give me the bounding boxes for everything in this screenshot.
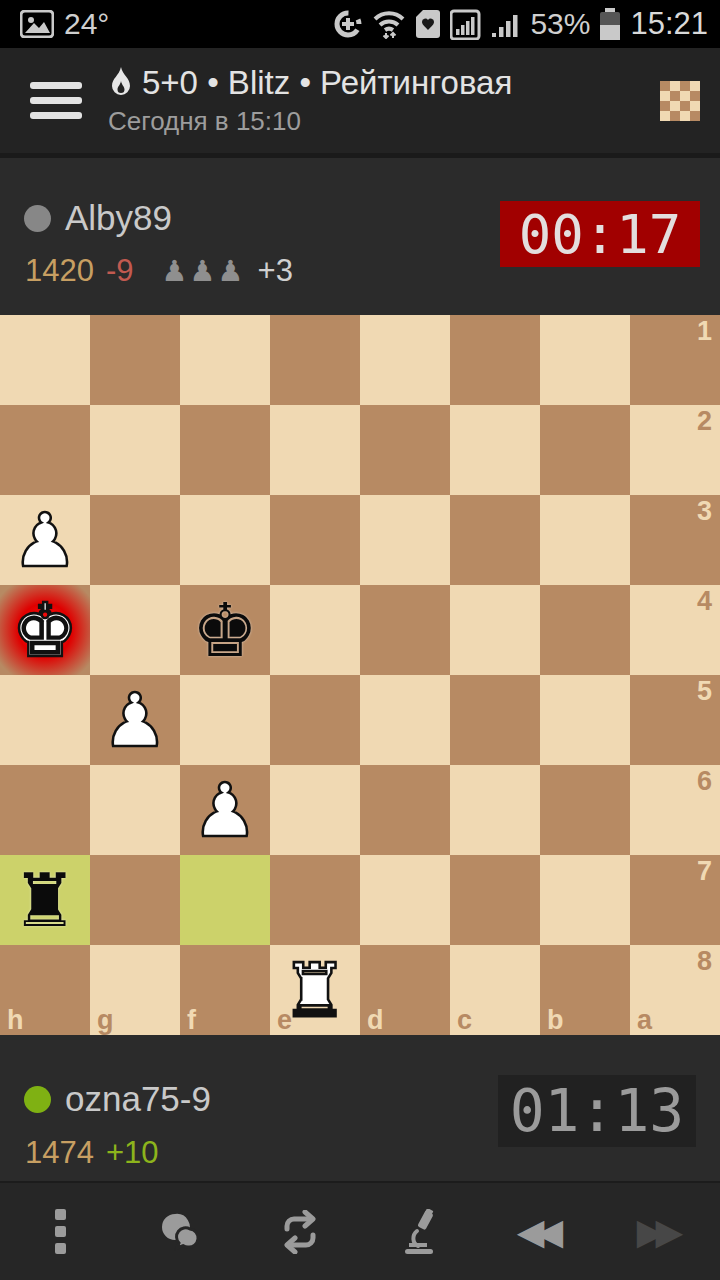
player-bottom-panel: ozna75-9 1474 +10 01:13 [0,1035,720,1181]
square-c5[interactable] [450,675,540,765]
player-top-rating: 1420 [25,253,94,289]
square-d3[interactable] [360,495,450,585]
square-d1[interactable] [360,315,450,405]
square-a1[interactable]: 1 [630,315,720,405]
file-label-b: b [547,1007,564,1034]
square-e4[interactable] [270,585,360,675]
square-c2[interactable] [450,405,540,495]
player-bottom-rating: 1474 [25,1135,94,1171]
player-top-name[interactable]: Alby89 [65,198,172,238]
file-label-g: g [97,1007,114,1034]
player-bottom-status-dot [24,1086,51,1113]
square-g2[interactable] [90,405,180,495]
square-h6[interactable] [0,765,90,855]
game-date: Сегодня в 15:10 [108,106,512,137]
signal-sim1-icon [450,8,482,40]
square-c3[interactable] [450,495,540,585]
menu-kebab-button[interactable] [0,1183,120,1280]
square-a8[interactable]: a8 [630,945,720,1035]
flip-board-button[interactable] [240,1183,360,1280]
square-h3[interactable]: ♟ [0,495,90,585]
player-top-status-dot [24,205,51,232]
square-d7[interactable] [360,855,450,945]
white-king[interactable]: ♚ [0,585,90,675]
file-label-a: a [637,1007,652,1034]
player-bottom-clock: 01:13 [498,1075,696,1147]
analysis-microscope-icon [397,1209,443,1255]
square-f5[interactable] [180,675,270,765]
app-screen: 24° [0,0,720,1280]
player-top-rating-delta: -9 [106,253,134,289]
square-d2[interactable] [360,405,450,495]
black-rook[interactable]: ♜ [0,855,90,945]
square-c7[interactable] [450,855,540,945]
square-e7[interactable] [270,855,360,945]
status-temperature: 24° [64,7,109,41]
status-bar: 24° [0,0,720,48]
square-c1[interactable] [450,315,540,405]
square-d6[interactable] [360,765,450,855]
square-a4[interactable]: 4 [630,585,720,675]
menu-hamburger-button[interactable] [30,82,82,119]
board-thumbnail-icon[interactable] [660,81,700,121]
chat-icon [157,1211,203,1253]
chess-board: 12♟3♚♚4♟5♟6♜7hgf♜edcba8 [0,315,720,1035]
square-h7[interactable]: ♜ [0,855,90,945]
square-b1[interactable] [540,315,630,405]
sim-heart-icon [415,9,441,39]
black-king[interactable]: ♚ [180,585,270,675]
square-f1[interactable] [180,315,270,405]
square-h1[interactable] [0,315,90,405]
square-g6[interactable] [90,765,180,855]
square-c8[interactable]: c [450,945,540,1035]
battery-percent: 53% [530,7,590,41]
square-b7[interactable] [540,855,630,945]
analysis-button[interactable] [360,1183,480,1280]
rank-label-3: 3 [697,498,712,525]
rank-label-4: 4 [697,588,712,615]
square-f2[interactable] [180,405,270,495]
signal-sim2-icon [491,9,521,39]
square-b4[interactable] [540,585,630,675]
square-h2[interactable] [0,405,90,495]
square-a6[interactable]: 6 [630,765,720,855]
square-f7[interactable] [180,855,270,945]
square-b6[interactable] [540,765,630,855]
data-saver-icon [333,9,363,39]
square-b8[interactable]: b [540,945,630,1035]
rank-label-1: 1 [697,318,712,345]
square-h5[interactable] [0,675,90,765]
player-top-panel: Alby89 1420 -9 ♟♟♟ +3 00:17 [0,158,720,315]
rewind-icon: ◀◀ [517,1211,563,1252]
square-a2[interactable]: 2 [630,405,720,495]
notification-image-icon [20,10,54,38]
square-b3[interactable] [540,495,630,585]
rank-label-7: 7 [697,858,712,885]
player-bottom-name[interactable]: ozna75-9 [65,1079,211,1119]
white-pawn[interactable]: ♟ [180,765,270,855]
file-label-c: c [457,1007,472,1034]
square-b5[interactable] [540,675,630,765]
square-e3[interactable] [270,495,360,585]
blitz-flame-icon [108,66,134,100]
file-label-f: f [187,1007,196,1034]
app-header: 5+0 • Blitz • Рейтинговая Сегодня в 15:1… [0,48,720,158]
square-d5[interactable] [360,675,450,765]
battery-icon [599,7,621,41]
material-advantage: +3 [258,253,293,289]
white-pawn[interactable]: ♟ [0,495,90,585]
square-e8[interactable]: ♜e [270,945,360,1035]
square-c6[interactable] [450,765,540,855]
square-a5[interactable]: 5 [630,675,720,765]
rank-label-2: 2 [697,408,712,435]
rank-label-5: 5 [697,678,712,705]
white-pawn[interactable]: ♟ [90,675,180,765]
square-a3[interactable]: 3 [630,495,720,585]
rank-label-6: 6 [697,768,712,795]
square-g7[interactable] [90,855,180,945]
rewind-button[interactable]: ◀◀ [480,1183,600,1280]
square-g5[interactable]: ♟ [90,675,180,765]
square-a7[interactable]: 7 [630,855,720,945]
fast-forward-icon: ▶▶ [637,1211,683,1252]
player-top-clock: 00:17 [500,201,700,267]
game-title: 5+0 • Blitz • Рейтинговая [142,64,512,102]
square-g8[interactable]: g [90,945,180,1035]
square-f8[interactable]: f [180,945,270,1035]
bottom-toolbar: ◀◀ ▶▶ [0,1181,720,1280]
wifi-icon [372,9,406,39]
square-g1[interactable] [90,315,180,405]
square-e2[interactable] [270,405,360,495]
square-h8[interactable]: h [0,945,90,1035]
square-e1[interactable] [270,315,360,405]
kebab-icon [55,1209,66,1254]
rank-label-8: 8 [697,948,712,975]
square-b2[interactable] [540,405,630,495]
flip-board-icon [277,1210,323,1254]
captured-pawns-icons: ♟♟♟ [162,254,246,288]
square-g3[interactable] [90,495,180,585]
chat-button[interactable] [120,1183,240,1280]
file-label-e: e [277,1007,292,1034]
square-e5[interactable] [270,675,360,765]
square-h4[interactable]: ♚ [0,585,90,675]
status-time: 15:21 [630,6,708,42]
file-label-d: d [367,1007,384,1034]
square-f4[interactable]: ♚ [180,585,270,675]
square-g4[interactable] [90,585,180,675]
fast-forward-button[interactable]: ▶▶ [600,1183,720,1280]
square-f3[interactable] [180,495,270,585]
square-f6[interactable]: ♟ [180,765,270,855]
square-e6[interactable] [270,765,360,855]
player-bottom-rating-delta: +10 [106,1135,159,1171]
file-label-h: h [7,1007,24,1034]
square-d8[interactable]: d [360,945,450,1035]
square-d4[interactable] [360,585,450,675]
square-c4[interactable] [450,585,540,675]
